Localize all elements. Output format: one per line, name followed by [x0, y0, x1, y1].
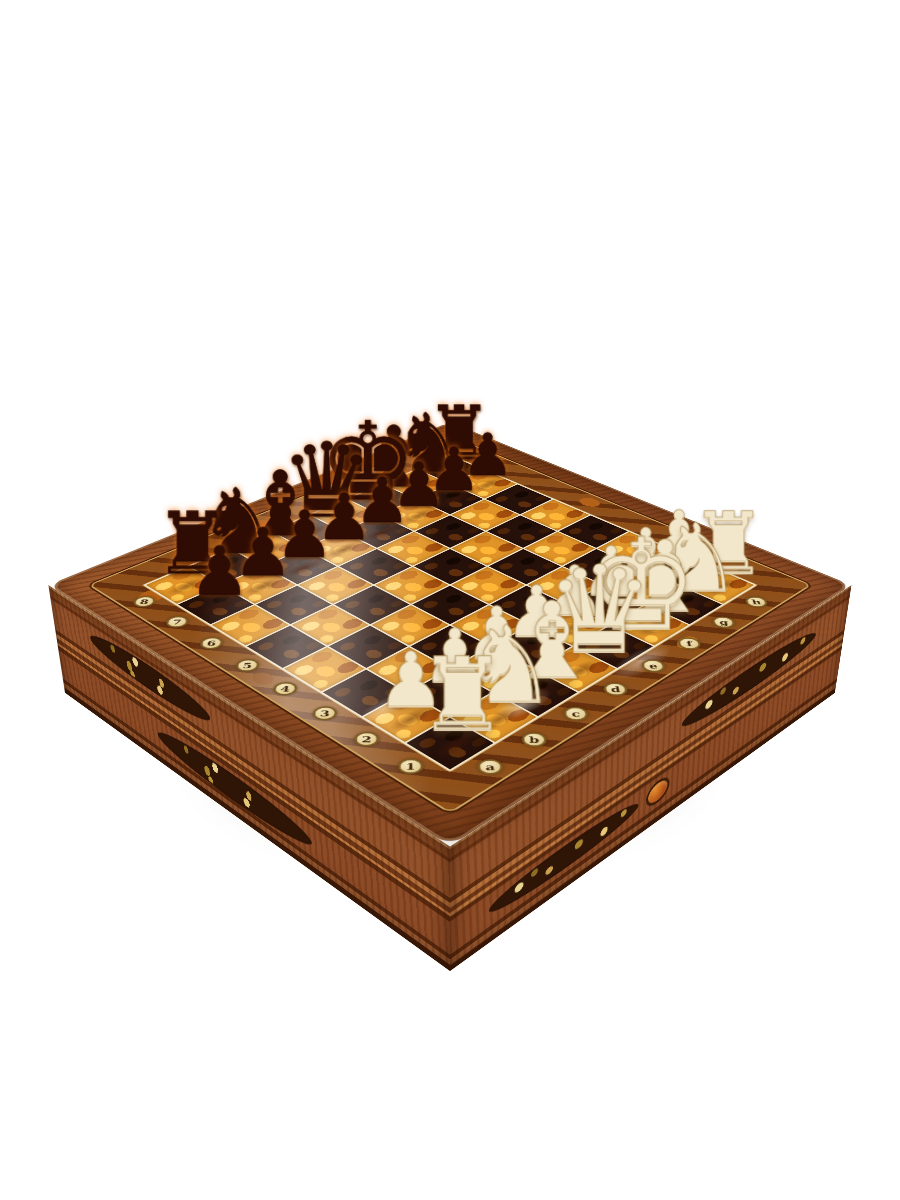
file-label-a: a	[477, 759, 503, 774]
piece-black-pawn-a7[interactable]: ♟	[187, 538, 253, 606]
rank-label-5: 5	[234, 659, 260, 672]
rank-label-7: 7	[164, 616, 189, 627]
rank-label-2: 2	[353, 732, 379, 747]
file-label-g: g	[711, 616, 736, 627]
amber-cabochon-medallion	[645, 772, 670, 811]
rank-label-6: 6	[198, 637, 224, 649]
chess-box: 87654321abcdefgh ♜♞♝♛♚♝♞♜♟♟♟♟♟♟♟♟♟♟♟♟♟♟♟…	[48, 422, 851, 846]
rank-label-4: 4	[272, 682, 298, 695]
rank-label-8: 8	[131, 596, 156, 607]
file-label-b: b	[521, 732, 547, 747]
file-label-h: h	[743, 596, 768, 607]
piece-white-rook-a1[interactable]: ♜	[417, 643, 493, 745]
file-label-d: d	[602, 682, 628, 695]
amber-inlay-oval	[489, 794, 639, 922]
amber-inlay-oval	[156, 721, 312, 856]
rank-label-3: 3	[312, 707, 338, 721]
rank-label-1: 1	[397, 759, 423, 774]
file-label-c: c	[563, 707, 589, 721]
scene: 87654321abcdefgh ♜♞♝♛♚♝♞♜♟♟♟♟♟♟♟♟♟♟♟♟♟♟♟…	[0, 0, 900, 1200]
